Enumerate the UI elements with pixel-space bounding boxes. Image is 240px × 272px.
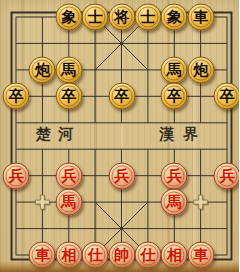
piece-black-elephant[interactable]: 象 xyxy=(55,4,82,31)
piece-red-horse[interactable]: 馬 xyxy=(55,189,82,216)
piece-glyph: 卒 xyxy=(167,89,182,104)
piece-glyph: 兵 xyxy=(114,168,129,183)
piece-black-chariot[interactable]: 車 xyxy=(187,4,214,31)
piece-glyph: 馬 xyxy=(167,195,182,210)
piece-black-advisor[interactable]: 士 xyxy=(134,4,161,31)
piece-red-elephant[interactable]: 相 xyxy=(161,241,188,268)
piece-black-advisor[interactable]: 士 xyxy=(82,4,109,31)
piece-glyph: 将 xyxy=(114,10,129,25)
piece-red-general[interactable]: 帥 xyxy=(108,241,135,268)
piece-black-cannon[interactable]: 炮 xyxy=(187,56,214,83)
piece-red-soldier[interactable]: 兵 xyxy=(161,162,188,189)
piece-black-soldier[interactable]: 卒 xyxy=(3,83,30,110)
piece-glyph: 士 xyxy=(140,10,155,25)
piece-red-soldier[interactable]: 兵 xyxy=(55,162,82,189)
piece-glyph: 象 xyxy=(167,10,182,25)
piece-black-horse[interactable]: 馬 xyxy=(161,56,188,83)
piece-black-horse[interactable]: 馬 xyxy=(55,56,82,83)
piece-glyph: 兵 xyxy=(220,168,235,183)
piece-glyph: 炮 xyxy=(193,62,208,77)
piece-glyph: 炮 xyxy=(35,62,50,77)
piece-red-chariot[interactable]: 車 xyxy=(29,241,56,268)
piece-glyph: 帥 xyxy=(114,247,129,262)
piece-glyph: 卒 xyxy=(61,89,76,104)
piece-layer: 象士将士象車炮馬馬炮卒卒卒卒卒兵兵兵兵兵馬馬車相仕帥仕相車 xyxy=(0,0,239,272)
piece-glyph: 馬 xyxy=(61,195,76,210)
piece-glyph: 卒 xyxy=(114,89,129,104)
piece-glyph: 車 xyxy=(35,247,50,262)
piece-glyph: 仕 xyxy=(88,247,103,262)
piece-glyph: 仕 xyxy=(140,247,155,262)
piece-glyph: 兵 xyxy=(61,168,76,183)
piece-glyph: 士 xyxy=(88,10,103,25)
piece-red-chariot[interactable]: 車 xyxy=(187,241,214,268)
piece-red-advisor[interactable]: 仕 xyxy=(82,241,109,268)
piece-glyph: 相 xyxy=(167,247,182,262)
piece-red-elephant[interactable]: 相 xyxy=(55,241,82,268)
piece-red-soldier[interactable]: 兵 xyxy=(3,162,30,189)
piece-glyph: 象 xyxy=(61,10,76,25)
piece-glyph: 馬 xyxy=(167,62,182,77)
piece-glyph: 車 xyxy=(193,10,208,25)
piece-black-soldier[interactable]: 卒 xyxy=(108,83,135,110)
piece-red-soldier[interactable]: 兵 xyxy=(108,162,135,189)
piece-glyph: 兵 xyxy=(9,168,24,183)
piece-glyph: 馬 xyxy=(61,62,76,77)
xiangqi-board[interactable]: 楚河 漢界 象士将士象車炮馬馬炮卒卒卒卒卒兵兵兵兵兵馬馬車相仕帥仕相車 xyxy=(0,0,239,272)
piece-red-advisor[interactable]: 仕 xyxy=(134,241,161,268)
piece-black-soldier[interactable]: 卒 xyxy=(214,83,240,110)
piece-black-soldier[interactable]: 卒 xyxy=(55,83,82,110)
piece-glyph: 車 xyxy=(193,247,208,262)
piece-black-elephant[interactable]: 象 xyxy=(161,4,188,31)
piece-glyph: 卒 xyxy=(9,89,24,104)
piece-black-general[interactable]: 将 xyxy=(108,4,135,31)
piece-black-cannon[interactable]: 炮 xyxy=(29,56,56,83)
piece-glyph: 兵 xyxy=(167,168,182,183)
piece-glyph: 卒 xyxy=(220,89,235,104)
piece-glyph: 相 xyxy=(61,247,76,262)
piece-black-soldier[interactable]: 卒 xyxy=(161,83,188,110)
piece-red-horse[interactable]: 馬 xyxy=(161,189,188,216)
piece-red-soldier[interactable]: 兵 xyxy=(214,162,240,189)
